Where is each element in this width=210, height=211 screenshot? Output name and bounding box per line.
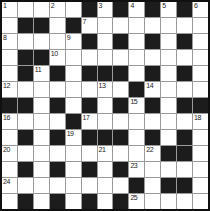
cell-r5c3[interactable]: [50, 82, 65, 97]
cell-r5c10[interactable]: [161, 82, 176, 97]
cell-r0c4[interactable]: [66, 2, 81, 17]
block-cell-r8c5: [82, 130, 97, 145]
block-cell-r2c9: [145, 34, 160, 49]
block-cell-r2c11: [177, 34, 192, 49]
cell-r8c2[interactable]: [34, 130, 49, 145]
clue-number-6: 6: [194, 2, 197, 10]
cell-r10c12[interactable]: [193, 162, 208, 177]
cell-r5c7[interactable]: [113, 82, 128, 97]
cell-r5c0[interactable]: 12: [2, 82, 17, 97]
cell-r9c8[interactable]: [129, 146, 144, 161]
cell-r8c8[interactable]: [129, 130, 144, 145]
cell-r5c11[interactable]: [177, 82, 192, 97]
block-cell-r6c1: [18, 98, 33, 113]
cell-r3c11[interactable]: [177, 50, 192, 65]
cell-r11c5[interactable]: [82, 178, 97, 193]
block-cell-r1c4: [66, 18, 81, 33]
clue-number-8: 8: [3, 34, 6, 42]
cell-r2c0[interactable]: 8: [2, 34, 17, 49]
cell-r9c0[interactable]: 20: [2, 146, 17, 161]
cell-r9c1[interactable]: [18, 146, 33, 161]
block-cell-r12c1: [18, 194, 33, 209]
cell-r2c10[interactable]: [161, 34, 176, 49]
block-cell-r12c3: [50, 194, 65, 209]
cell-r7c7[interactable]: [113, 114, 128, 129]
clue-number-7: 7: [83, 18, 86, 26]
block-cell-r6c9: [145, 98, 160, 113]
cell-r2c8[interactable]: [129, 34, 144, 49]
cell-r5c4[interactable]: [66, 82, 81, 97]
block-cell-r4c6: [98, 66, 113, 81]
clue-number-20: 20: [3, 146, 10, 154]
block-cell-r6c0: [2, 98, 17, 113]
cell-r12c12[interactable]: [193, 194, 208, 209]
clue-number-15: 15: [130, 98, 137, 106]
cell-r0c10[interactable]: 5: [161, 2, 176, 17]
cell-r12c10[interactable]: [161, 194, 176, 209]
cell-r7c0[interactable]: 16: [2, 114, 17, 129]
cell-r3c9[interactable]: [145, 50, 160, 65]
clue-number-16: 16: [3, 114, 10, 122]
block-cell-r7c4: [66, 114, 81, 129]
block-cell-r8c9: [145, 130, 160, 145]
clue-number-24: 24: [3, 178, 10, 186]
cell-r3c4[interactable]: [66, 50, 81, 65]
block-cell-r11c8: [129, 178, 144, 193]
cell-r1c9[interactable]: [145, 18, 160, 33]
cell-r5c2[interactable]: [34, 82, 49, 97]
block-cell-r8c7: [113, 130, 128, 145]
cell-r4c2[interactable]: 11: [34, 66, 49, 81]
cell-r1c7[interactable]: [113, 18, 128, 33]
cell-r6c4[interactable]: [66, 98, 81, 113]
clue-number-17: 17: [83, 114, 90, 122]
block-cell-r4c3: [50, 66, 65, 81]
clue-number-3: 3: [99, 2, 102, 10]
block-cell-r5c8: [129, 82, 144, 97]
block-cell-r11c11: [177, 178, 192, 193]
cell-r0c8[interactable]: 4: [129, 2, 144, 17]
cell-r7c12[interactable]: 18: [193, 114, 208, 129]
cell-r12c4[interactable]: [66, 194, 81, 209]
clue-number-4: 4: [130, 2, 133, 10]
cell-r4c4[interactable]: [66, 66, 81, 81]
cell-r10c4[interactable]: [66, 162, 81, 177]
cell-r7c8[interactable]: [129, 114, 144, 129]
cell-r8c4[interactable]: 19: [66, 130, 81, 145]
cell-r9c12[interactable]: [193, 146, 208, 161]
cell-r4c12[interactable]: [193, 66, 208, 81]
clue-number-11: 11: [35, 66, 41, 74]
cell-r0c0[interactable]: 1: [2, 2, 17, 17]
cell-r3c3[interactable]: 10: [50, 50, 65, 65]
cell-r3c5[interactable]: [82, 50, 97, 65]
cell-r5c9[interactable]: 14: [145, 82, 160, 97]
cell-r9c3[interactable]: [50, 146, 65, 161]
cell-r11c0[interactable]: 24: [2, 178, 17, 193]
cell-r7c10[interactable]: [161, 114, 176, 129]
cell-r9c2[interactable]: [34, 146, 49, 161]
cell-r9c5[interactable]: [82, 146, 97, 161]
cell-r9c4[interactable]: [66, 146, 81, 161]
cell-r7c1[interactable]: [18, 114, 33, 129]
cell-r11c7[interactable]: [113, 178, 128, 193]
cell-r7c11[interactable]: [177, 114, 192, 129]
cell-r0c3[interactable]: 2: [50, 2, 65, 17]
clue-number-2: 2: [51, 2, 54, 10]
cell-r0c6[interactable]: 3: [98, 2, 113, 17]
cell-r12c6[interactable]: [98, 194, 113, 209]
clue-number-1: 1: [3, 2, 6, 10]
cell-r0c2[interactable]: [34, 2, 49, 17]
clue-number-25: 25: [130, 194, 137, 202]
cell-r1c10[interactable]: [161, 18, 176, 33]
clue-number-10: 10: [51, 50, 58, 58]
cell-r2c6[interactable]: [98, 34, 113, 49]
cell-r1c8[interactable]: [129, 18, 144, 33]
cell-r12c9[interactable]: [145, 194, 160, 209]
cell-r2c1[interactable]: [18, 34, 33, 49]
clue-number-5: 5: [162, 2, 165, 10]
block-cell-r8c1: [18, 130, 33, 145]
cell-r6c8[interactable]: 15: [129, 98, 144, 113]
block-cell-r2c5: [82, 34, 97, 49]
block-cell-r9c10: [161, 146, 176, 161]
cell-r10c10[interactable]: [161, 162, 176, 177]
cell-r11c12[interactable]: [193, 178, 208, 193]
block-cell-r3c2: [34, 50, 49, 65]
block-cell-r4c1: [18, 66, 33, 81]
cell-r12c8[interactable]: 25: [129, 194, 144, 209]
cell-r11c1[interactable]: [18, 178, 33, 193]
cell-r9c6[interactable]: 21: [98, 146, 113, 161]
block-cell-r10c3: [50, 162, 65, 177]
cell-r10c6[interactable]: [98, 162, 113, 177]
cell-r12c11[interactable]: [177, 194, 192, 209]
cell-r5c5[interactable]: [82, 82, 97, 97]
cell-r6c6[interactable]: [98, 98, 113, 113]
cell-r11c2[interactable]: [34, 178, 49, 193]
clue-number-19: 19: [67, 130, 74, 138]
block-cell-r11c10: [161, 178, 176, 193]
block-cell-r0c5: [82, 2, 97, 17]
block-cell-r10c1: [18, 162, 33, 177]
cell-r7c3[interactable]: [50, 114, 65, 129]
block-cell-r6c11: [177, 98, 192, 113]
clue-number-9: 9: [67, 34, 70, 42]
block-cell-r6c12: [193, 98, 208, 113]
cell-r0c1[interactable]: [18, 2, 33, 17]
cell-r1c12[interactable]: [193, 18, 208, 33]
cell-r1c0[interactable]: [2, 18, 17, 33]
block-cell-r12c7: [113, 194, 128, 209]
clue-number-13: 13: [99, 82, 106, 90]
cell-r1c5[interactable]: 7: [82, 18, 97, 33]
clue-number-23: 23: [130, 162, 137, 170]
cell-r6c2[interactable]: [34, 98, 49, 113]
clue-number-14: 14: [146, 82, 153, 90]
cell-r10c2[interactable]: [34, 162, 49, 177]
block-cell-r0c11: [177, 2, 192, 17]
cell-r3c7[interactable]: [113, 50, 128, 65]
cell-r1c6[interactable]: [98, 18, 113, 33]
cell-r2c12[interactable]: [193, 34, 208, 49]
cell-r7c5[interactable]: 17: [82, 114, 97, 129]
block-cell-r4c11: [177, 66, 192, 81]
block-cell-r3c1: [18, 50, 33, 65]
cell-r9c9[interactable]: 22: [145, 146, 160, 161]
cell-r12c0[interactable]: [2, 194, 17, 209]
cell-r8c12[interactable]: [193, 130, 208, 145]
block-cell-r4c5: [82, 66, 97, 81]
crossword-grid: 1234567891011121314151617181920212223242…: [0, 0, 210, 211]
block-cell-r4c7: [113, 66, 128, 81]
cell-r4c8[interactable]: [129, 66, 144, 81]
cell-r8c0[interactable]: [2, 130, 17, 145]
cell-r5c1[interactable]: [18, 82, 33, 97]
block-cell-r6c3: [50, 98, 65, 113]
cell-r3c6[interactable]: [98, 50, 113, 65]
cell-r2c2[interactable]: [34, 34, 49, 49]
clue-number-12: 12: [3, 82, 10, 90]
cell-r7c2[interactable]: [34, 114, 49, 129]
cell-r8c10[interactable]: [161, 130, 176, 145]
cell-r0c12[interactable]: 6: [193, 2, 208, 17]
block-cell-r6c7: [113, 98, 128, 113]
cell-r7c6[interactable]: [98, 114, 113, 129]
block-cell-r10c5: [82, 162, 97, 177]
cell-r4c10[interactable]: [161, 66, 176, 81]
cell-r5c6[interactable]: 13: [98, 82, 113, 97]
block-cell-r8c11: [177, 130, 192, 145]
cell-r2c4[interactable]: 9: [66, 34, 81, 49]
cell-r11c9[interactable]: [145, 178, 160, 193]
cell-r11c4[interactable]: [66, 178, 81, 193]
cell-r7c9[interactable]: [145, 114, 160, 129]
cell-r12c2[interactable]: [34, 194, 49, 209]
cell-r3c0[interactable]: [2, 50, 17, 65]
clue-number-21: 21: [99, 146, 106, 154]
block-cell-r1c1: [18, 18, 33, 33]
cell-r5c12[interactable]: [193, 82, 208, 97]
clue-number-18: 18: [194, 114, 201, 122]
cell-r3c12[interactable]: [193, 50, 208, 65]
block-cell-r10c7: [113, 162, 128, 177]
cell-r1c3[interactable]: [50, 18, 65, 33]
cell-r1c11[interactable]: [177, 18, 192, 33]
cell-r11c6[interactable]: [98, 178, 113, 193]
clue-number-22: 22: [146, 146, 153, 154]
block-cell-r9c11: [177, 146, 192, 161]
block-cell-r1c2: [34, 18, 49, 33]
cell-r6c10[interactable]: [161, 98, 176, 113]
cell-r9c7[interactable]: [113, 146, 128, 161]
cell-r3c10[interactable]: [161, 50, 176, 65]
cell-r2c3[interactable]: [50, 34, 65, 49]
cell-r10c8[interactable]: 23: [129, 162, 144, 177]
block-cell-r2c7: [113, 34, 128, 49]
block-cell-r6c5: [82, 98, 97, 113]
cell-r3c8[interactable]: [129, 50, 144, 65]
block-cell-r8c6: [98, 130, 113, 145]
cell-r10c9[interactable]: [145, 162, 160, 177]
cell-r4c0[interactable]: [2, 66, 17, 81]
cell-r11c3[interactable]: [50, 178, 65, 193]
cell-r10c11[interactable]: [177, 162, 192, 177]
block-cell-r4c9: [145, 66, 160, 81]
block-cell-r12c5: [82, 194, 97, 209]
block-cell-r0c7: [113, 2, 128, 17]
cell-r10c0[interactable]: [2, 162, 17, 177]
block-cell-r0c9: [145, 2, 160, 17]
block-cell-r8c3: [50, 130, 65, 145]
